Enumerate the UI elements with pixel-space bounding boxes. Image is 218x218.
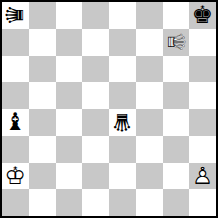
square-a8[interactable]: ♛	[2, 2, 29, 29]
square-b3[interactable]	[29, 136, 56, 163]
square-d2[interactable]	[82, 163, 109, 190]
piece-black-bishop: ♝	[2, 109, 28, 135]
square-b7[interactable]	[29, 29, 56, 56]
square-c4[interactable]	[56, 109, 83, 136]
square-g7[interactable]: ♛♕	[163, 29, 190, 56]
square-e2[interactable]	[109, 163, 136, 190]
square-c3[interactable]	[56, 136, 83, 163]
square-d3[interactable]	[82, 136, 109, 163]
square-a1[interactable]	[2, 189, 29, 216]
piece-black-queen-rotated: ♛	[109, 109, 135, 135]
square-b6[interactable]	[29, 56, 56, 83]
square-f7[interactable]	[136, 29, 163, 56]
square-d5[interactable]	[82, 82, 109, 109]
square-d7[interactable]	[82, 29, 109, 56]
square-a6[interactable]	[2, 56, 29, 83]
square-h2[interactable]: ♟♙	[189, 163, 216, 190]
square-h7[interactable]	[189, 29, 216, 56]
white-pawn-icon: ♙	[190, 163, 216, 189]
square-g4[interactable]	[163, 109, 190, 136]
square-h4[interactable]	[189, 109, 216, 136]
square-d6[interactable]	[82, 56, 109, 83]
square-b8[interactable]	[29, 2, 56, 29]
square-h3[interactable]	[189, 136, 216, 163]
square-a5[interactable]	[2, 82, 29, 109]
square-a3[interactable]	[2, 136, 29, 163]
square-c5[interactable]	[56, 82, 83, 109]
square-h8[interactable]: ♚	[189, 2, 216, 29]
square-g1[interactable]	[163, 189, 190, 216]
white-queen-icon: ♕	[163, 29, 189, 55]
black-bishop-icon: ♝	[2, 109, 28, 135]
square-f3[interactable]	[136, 136, 163, 163]
square-b2[interactable]	[29, 163, 56, 190]
piece-white-pawn: ♟♙	[190, 163, 216, 189]
square-d8[interactable]	[82, 2, 109, 29]
square-g3[interactable]	[163, 136, 190, 163]
square-e1[interactable]	[109, 189, 136, 216]
square-h1[interactable]	[189, 189, 216, 216]
piece-black-queen-rotated: ♛	[2, 2, 28, 28]
square-d1[interactable]	[82, 189, 109, 216]
square-g6[interactable]	[163, 56, 190, 83]
square-h6[interactable]	[189, 56, 216, 83]
square-a2[interactable]: ♚♔	[2, 163, 29, 190]
white-king-icon: ♔	[2, 163, 28, 189]
square-c6[interactable]	[56, 56, 83, 83]
black-queen-icon: ♛	[2, 2, 28, 28]
square-e5[interactable]	[109, 82, 136, 109]
square-g5[interactable]	[163, 82, 190, 109]
square-e7[interactable]	[109, 29, 136, 56]
square-a4[interactable]: ♝	[2, 109, 29, 136]
square-e6[interactable]	[109, 56, 136, 83]
black-king-icon: ♚	[190, 2, 216, 28]
square-f2[interactable]	[136, 163, 163, 190]
square-b4[interactable]	[29, 109, 56, 136]
square-f6[interactable]	[136, 56, 163, 83]
piece-white-king: ♚♔	[2, 163, 28, 189]
square-b1[interactable]	[29, 189, 56, 216]
square-h5[interactable]	[189, 82, 216, 109]
piece-black-king: ♚	[190, 2, 216, 28]
square-f5[interactable]	[136, 82, 163, 109]
square-f4[interactable]	[136, 109, 163, 136]
square-a7[interactable]	[2, 29, 29, 56]
square-e3[interactable]	[109, 136, 136, 163]
square-c7[interactable]	[56, 29, 83, 56]
piece-white-queen-rotated: ♛♕	[163, 29, 189, 55]
square-g8[interactable]	[163, 2, 190, 29]
black-queen-icon: ♛	[109, 109, 135, 135]
square-d4[interactable]	[82, 109, 109, 136]
square-b5[interactable]	[29, 82, 56, 109]
chessboard: ♛♚♛♕♝♛♚♔♟♙	[0, 0, 218, 218]
square-c1[interactable]	[56, 189, 83, 216]
square-f8[interactable]	[136, 2, 163, 29]
square-f1[interactable]	[136, 189, 163, 216]
square-c8[interactable]	[56, 2, 83, 29]
square-g2[interactable]	[163, 163, 190, 190]
square-e8[interactable]	[109, 2, 136, 29]
square-e4[interactable]: ♛	[109, 109, 136, 136]
square-c2[interactable]	[56, 163, 83, 190]
